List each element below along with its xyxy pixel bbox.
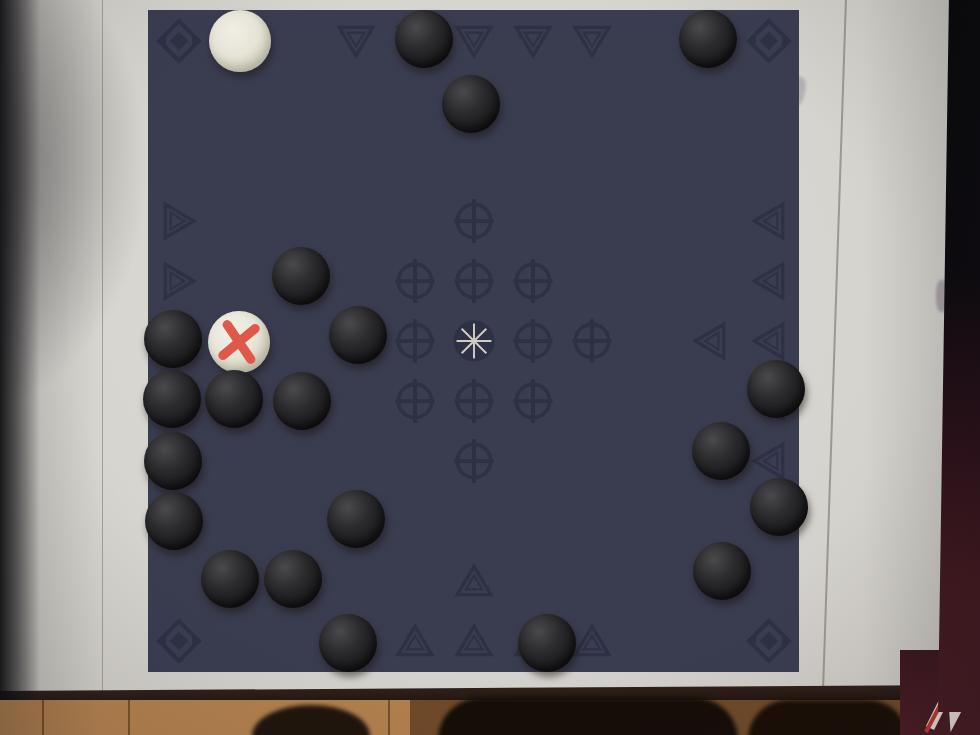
- board-grid: [148, 10, 799, 672]
- photo-scene: [0, 0, 980, 735]
- right-edge-shadow: [938, 0, 980, 712]
- floor-plank-seam: [42, 700, 44, 735]
- game-board: [148, 10, 799, 672]
- foreground-blur-object: [748, 700, 908, 735]
- floor-plank-seam: [388, 700, 390, 735]
- floor-plank-seam: [128, 700, 130, 735]
- foreground-blur-object: [438, 698, 738, 735]
- left-corner-shadow: [0, 0, 150, 420]
- pencil-guide-line-right: [822, 0, 847, 694]
